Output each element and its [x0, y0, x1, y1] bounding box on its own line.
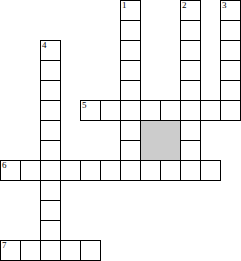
cell[interactable]: [160, 160, 181, 181]
cell[interactable]: [180, 100, 201, 121]
cell[interactable]: [60, 160, 81, 181]
cell[interactable]: [220, 80, 241, 101]
cell[interactable]: [140, 100, 161, 121]
cell[interactable]: [40, 220, 61, 241]
cell[interactable]: [180, 80, 201, 101]
cell[interactable]: [220, 60, 241, 81]
cell[interactable]: [120, 20, 141, 41]
cell[interactable]: [180, 140, 201, 161]
clue-number: 3: [222, 1, 227, 9]
cell[interactable]: [120, 120, 141, 141]
cell[interactable]: [80, 240, 101, 261]
cell[interactable]: [180, 120, 201, 141]
cell[interactable]: [40, 100, 61, 121]
cell[interactable]: [100, 100, 121, 121]
cell[interactable]: [180, 40, 201, 61]
cell[interactable]: [20, 240, 41, 261]
cell[interactable]: [40, 180, 61, 201]
cell[interactable]: [120, 160, 141, 181]
cell[interactable]: [180, 160, 201, 181]
cell[interactable]: [220, 40, 241, 61]
shaded-block: [140, 120, 181, 161]
cell[interactable]: [140, 160, 161, 181]
cell[interactable]: [40, 140, 61, 161]
cell[interactable]: [60, 240, 81, 261]
clue-number: 1: [122, 1, 127, 9]
cell[interactable]: [40, 80, 61, 101]
cell[interactable]: [120, 100, 141, 121]
clue-number: 7: [2, 241, 7, 249]
cell[interactable]: [40, 120, 61, 141]
cell[interactable]: [40, 60, 61, 81]
cell[interactable]: [100, 160, 121, 181]
cell[interactable]: [220, 20, 241, 41]
cell[interactable]: [200, 160, 221, 181]
cell[interactable]: [200, 100, 221, 121]
clue-number: 5: [82, 101, 87, 109]
cell[interactable]: [120, 140, 141, 161]
clue-number: 2: [182, 1, 187, 9]
crossword-board: 1234567: [0, 0, 241, 261]
clue-number: 6: [2, 161, 7, 169]
cell[interactable]: [120, 40, 141, 61]
cell[interactable]: [180, 60, 201, 81]
cell[interactable]: [220, 100, 241, 121]
cell[interactable]: [20, 160, 41, 181]
cell[interactable]: [40, 200, 61, 221]
cell[interactable]: [180, 20, 201, 41]
cell[interactable]: [120, 60, 141, 81]
cell[interactable]: [40, 240, 61, 261]
clue-number: 4: [42, 41, 47, 49]
cell[interactable]: [120, 80, 141, 101]
cell[interactable]: [160, 100, 181, 121]
cell[interactable]: [40, 160, 61, 181]
cell[interactable]: [80, 160, 101, 181]
